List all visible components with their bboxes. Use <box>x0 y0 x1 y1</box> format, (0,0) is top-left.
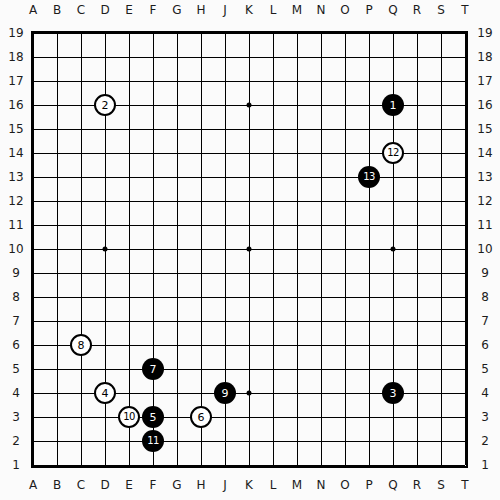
stone-black-p13: 13 <box>358 166 380 188</box>
coord-label-top-K: K <box>245 3 253 17</box>
coord-label-left-17: 17 <box>8 74 23 88</box>
coord-label-right-6: 6 <box>481 338 489 352</box>
coord-label-bottom-P: P <box>365 478 372 492</box>
coord-label-right-11: 11 <box>477 218 492 232</box>
coord-label-left-4: 4 <box>12 386 20 400</box>
stone-black-q4: 3 <box>382 382 404 404</box>
coord-label-bottom-T: T <box>461 478 468 492</box>
coord-label-left-14: 14 <box>8 146 23 160</box>
coord-label-top-N: N <box>317 3 326 17</box>
coord-label-top-T: T <box>461 3 468 17</box>
coord-label-top-L: L <box>270 3 277 17</box>
coord-label-left-3: 3 <box>12 410 20 424</box>
coord-label-left-16: 16 <box>8 98 23 112</box>
coord-label-bottom-O: O <box>340 478 349 492</box>
coord-label-right-2: 2 <box>481 434 489 448</box>
coord-label-bottom-L: L <box>270 478 277 492</box>
coord-label-left-2: 2 <box>12 434 20 448</box>
coord-label-top-D: D <box>100 3 109 17</box>
coord-label-top-F: F <box>150 3 157 17</box>
coord-label-top-R: R <box>413 3 421 17</box>
coord-label-left-12: 12 <box>8 194 23 208</box>
coord-label-top-H: H <box>196 3 205 17</box>
coord-label-left-10: 10 <box>8 242 23 256</box>
coord-label-left-1: 1 <box>12 458 20 472</box>
star-point-k4 <box>247 391 252 396</box>
coord-label-right-8: 8 <box>481 290 489 304</box>
coord-label-left-7: 7 <box>12 314 20 328</box>
coord-label-right-13: 13 <box>477 170 492 184</box>
coord-label-bottom-G: G <box>172 478 181 492</box>
coord-label-bottom-S: S <box>437 478 445 492</box>
coord-label-right-17: 17 <box>477 74 492 88</box>
stone-white-d4: 4 <box>94 382 116 404</box>
coord-label-top-Q: Q <box>388 3 397 17</box>
coord-label-top-C: C <box>77 3 85 17</box>
stone-black-j4: 9 <box>214 382 236 404</box>
coord-label-bottom-R: R <box>413 478 421 492</box>
star-point-q10 <box>391 247 396 252</box>
coord-label-left-6: 6 <box>12 338 20 352</box>
coord-label-left-15: 15 <box>8 122 23 136</box>
star-point-k10 <box>247 247 252 252</box>
stone-white-c6: 8 <box>70 334 92 356</box>
coord-label-bottom-E: E <box>125 478 133 492</box>
stone-white-d16: 2 <box>94 94 116 116</box>
coord-label-bottom-K: K <box>245 478 253 492</box>
stone-white-e3: 10 <box>118 406 140 428</box>
coord-label-right-7: 7 <box>481 314 489 328</box>
coord-label-bottom-N: N <box>317 478 326 492</box>
coord-label-top-O: O <box>340 3 349 17</box>
coord-label-top-E: E <box>125 3 133 17</box>
stone-black-f5: 7 <box>142 358 164 380</box>
coord-label-bottom-D: D <box>100 478 109 492</box>
coord-label-top-S: S <box>437 3 445 17</box>
coord-label-left-11: 11 <box>8 218 23 232</box>
coord-label-left-5: 5 <box>12 362 20 376</box>
coord-label-right-16: 16 <box>477 98 492 112</box>
coord-label-top-J: J <box>223 3 227 17</box>
stone-black-f3: 5 <box>142 406 164 428</box>
coord-label-right-14: 14 <box>477 146 492 160</box>
coord-label-bottom-B: B <box>53 478 61 492</box>
coord-label-bottom-F: F <box>150 478 157 492</box>
coord-label-bottom-C: C <box>77 478 85 492</box>
coord-label-bottom-Q: Q <box>388 478 397 492</box>
coord-label-right-12: 12 <box>477 194 492 208</box>
go-board: AABBCCDDEEFFGGHHJJKKLLMMNNOOPPQQRRSSTT19… <box>0 0 500 500</box>
coord-label-bottom-H: H <box>196 478 205 492</box>
coord-label-left-8: 8 <box>12 290 20 304</box>
coord-label-bottom-A: A <box>29 478 37 492</box>
coord-label-bottom-M: M <box>292 478 302 492</box>
coord-label-left-18: 18 <box>8 50 23 64</box>
stone-white-q14: 12 <box>382 142 404 164</box>
coord-label-right-4: 4 <box>481 386 489 400</box>
coord-label-top-B: B <box>53 3 61 17</box>
coord-label-left-13: 13 <box>8 170 23 184</box>
star-point-d10 <box>103 247 108 252</box>
coord-label-right-10: 10 <box>477 242 492 256</box>
stone-black-q16: 1 <box>382 94 404 116</box>
coord-label-top-M: M <box>292 3 302 17</box>
coord-label-right-18: 18 <box>477 50 492 64</box>
coord-label-bottom-J: J <box>223 478 227 492</box>
coord-label-left-9: 9 <box>12 266 20 280</box>
coord-label-left-19: 19 <box>8 26 23 40</box>
coord-label-top-P: P <box>365 3 372 17</box>
coord-label-right-9: 9 <box>481 266 489 280</box>
coord-label-top-G: G <box>172 3 181 17</box>
coord-label-right-19: 19 <box>477 26 492 40</box>
coord-label-top-A: A <box>29 3 37 17</box>
coord-label-right-15: 15 <box>477 122 492 136</box>
coord-label-right-3: 3 <box>481 410 489 424</box>
coord-label-right-5: 5 <box>481 362 489 376</box>
stone-white-h3: 6 <box>190 406 212 428</box>
coord-label-right-1: 1 <box>481 458 489 472</box>
star-point-k16 <box>247 103 252 108</box>
stone-black-f2: 11 <box>142 430 164 452</box>
